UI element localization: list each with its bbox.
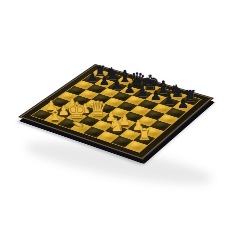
chess-set-photo: ♜♞♟♝♟♛♟♚♟♝♟♞♟♜♟♟♟♟♟♟♛♚♝♟♟♟♞♜ — [0, 0, 228, 228]
board-grid — [32, 70, 201, 153]
